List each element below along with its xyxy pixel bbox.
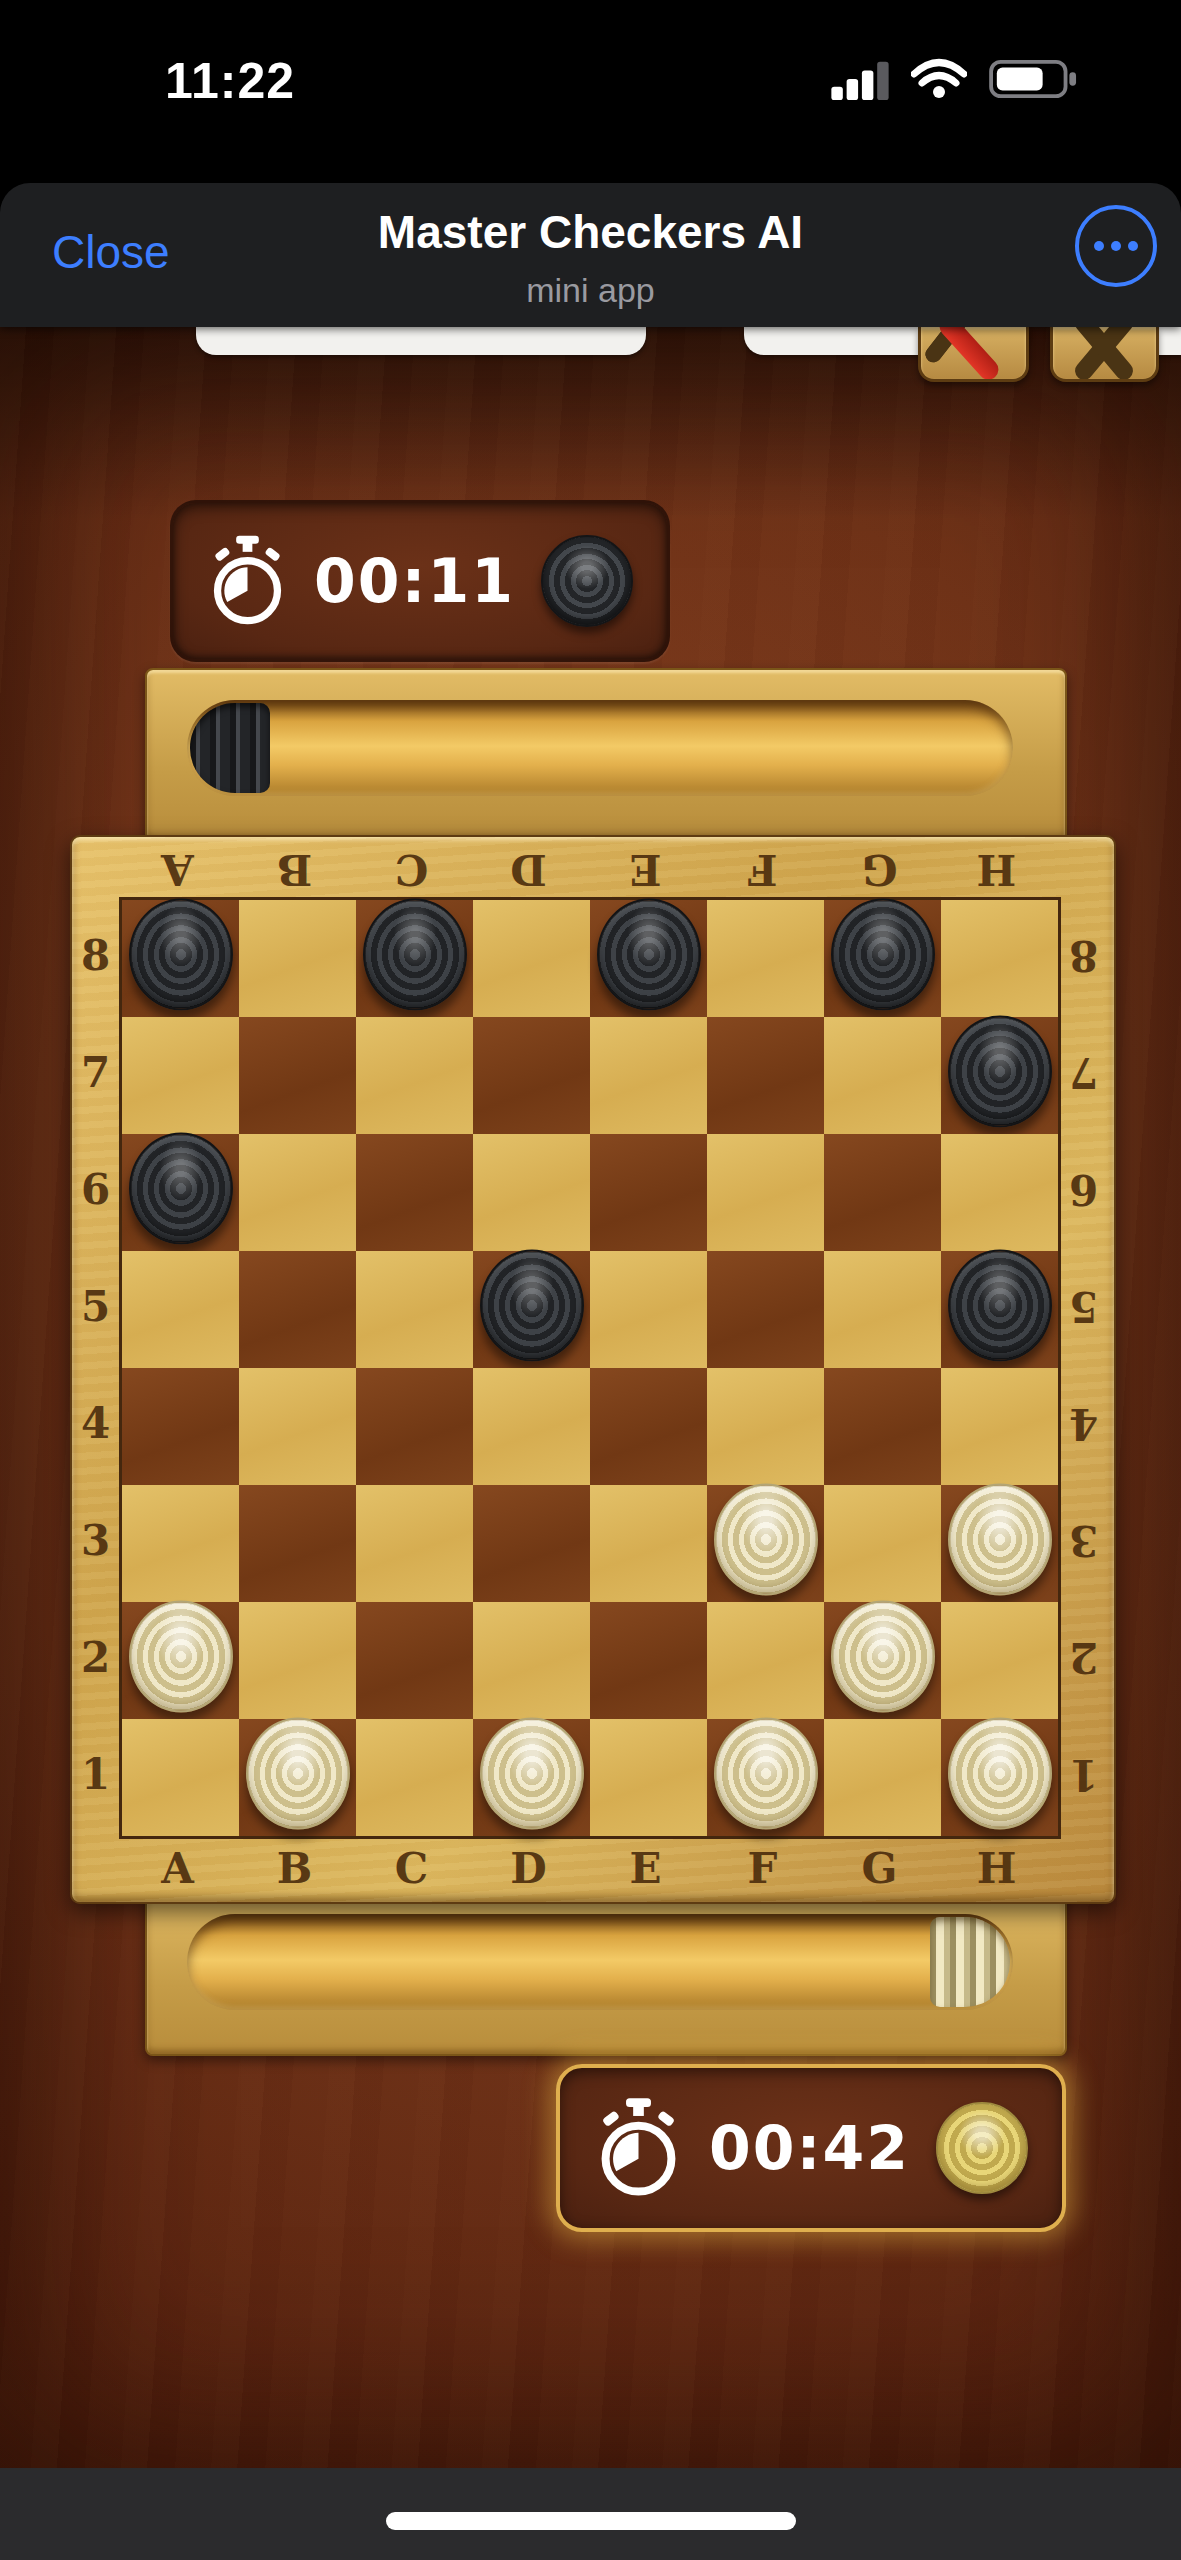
square-e7[interactable] (590, 1017, 707, 1134)
square-b1[interactable] (239, 1719, 356, 1836)
black-timer-value: 00:11 (314, 546, 515, 616)
piece-white-f1[interactable] (714, 1717, 818, 1829)
square-h8[interactable] (941, 900, 1058, 1017)
status-icons (831, 58, 1081, 100)
coord-label: A (119, 1844, 236, 1893)
coord-label: H (938, 1844, 1055, 1893)
coord-label: F (704, 845, 821, 894)
square-e2[interactable] (590, 1602, 707, 1719)
coord-label: 7 (1055, 1014, 1112, 1131)
piece-black-d5[interactable] (480, 1249, 584, 1361)
coord-label: D (470, 1844, 587, 1893)
square-b8[interactable] (239, 900, 356, 1017)
square-f7[interactable] (707, 1017, 824, 1134)
square-d8[interactable] (473, 900, 590, 1017)
white-timer-value: 00:42 (709, 2113, 910, 2183)
piece-white-d1[interactable] (480, 1717, 584, 1829)
coord-label: 5 (1055, 1248, 1112, 1365)
square-g5[interactable] (824, 1251, 941, 1368)
square-e6[interactable] (590, 1134, 707, 1251)
red-pencil-icon (921, 327, 1026, 379)
more-options-button[interactable] (1075, 205, 1157, 287)
coord-label: 5 (72, 1248, 119, 1365)
square-a5[interactable] (122, 1251, 239, 1368)
piece-black-h5[interactable] (948, 1249, 1052, 1361)
square-h5[interactable] (941, 1251, 1058, 1368)
edit-tool-button[interactable] (918, 327, 1029, 382)
square-d4[interactable] (473, 1368, 590, 1485)
square-d1[interactable] (473, 1719, 590, 1836)
piece-black-e8[interactable] (597, 898, 701, 1010)
square-e3[interactable] (590, 1485, 707, 1602)
piece-white-h1[interactable] (948, 1717, 1052, 1829)
coord-label: A (119, 845, 236, 894)
square-a4[interactable] (122, 1368, 239, 1485)
piece-white-h3[interactable] (948, 1483, 1052, 1595)
square-f2[interactable] (707, 1602, 824, 1719)
coord-label: D (470, 845, 587, 894)
board-grid (119, 897, 1061, 1839)
cellular-signal-icon (831, 58, 889, 100)
coord-label: G (821, 845, 938, 894)
stopwatch-icon (594, 2093, 683, 2203)
coord-label: 1 (72, 1716, 119, 1833)
square-a8[interactable] (122, 900, 239, 1017)
coord-label: C (353, 1844, 470, 1893)
piece-white-a2[interactable] (129, 1600, 233, 1712)
ranks-right: 87654321 (1055, 897, 1112, 1833)
bottom-capture-tray (145, 1882, 1067, 2056)
square-h1[interactable] (941, 1719, 1058, 1836)
square-h7[interactable] (941, 1017, 1058, 1134)
square-g6[interactable] (824, 1134, 941, 1251)
crossed-tools-icon (1053, 327, 1156, 379)
coord-label: G (821, 1844, 938, 1893)
stopwatch-icon (207, 526, 288, 636)
piece-white-g2[interactable] (831, 1600, 935, 1712)
wifi-icon (911, 58, 967, 100)
square-g3[interactable] (824, 1485, 941, 1602)
dot-icon (1094, 241, 1104, 251)
coord-label: 8 (1055, 897, 1112, 1014)
coord-label: 2 (1055, 1599, 1112, 1716)
captured-black-stack (190, 703, 270, 793)
black-timer-panel: 00:11 (170, 500, 670, 662)
status-bar: 11:22 (0, 0, 1181, 183)
coord-label: E (587, 845, 704, 894)
coord-label: F (704, 1844, 821, 1893)
coord-label: 3 (72, 1482, 119, 1599)
piece-white-b1[interactable] (246, 1717, 350, 1829)
square-c1[interactable] (356, 1719, 473, 1836)
square-e1[interactable] (590, 1719, 707, 1836)
square-g8[interactable] (824, 900, 941, 1017)
home-indicator[interactable] (386, 2512, 796, 2530)
piece-black-a6[interactable] (129, 1132, 233, 1244)
square-a3[interactable] (122, 1485, 239, 1602)
top-capture-tray (145, 668, 1067, 842)
coord-label: 7 (72, 1014, 119, 1131)
square-f1[interactable] (707, 1719, 824, 1836)
status-time: 11:22 (130, 52, 330, 110)
app-screen: 11:22 Close Master Checkers AI mi (0, 0, 1181, 2560)
coord-label: 6 (72, 1131, 119, 1248)
square-a7[interactable] (122, 1017, 239, 1134)
square-h6[interactable] (941, 1134, 1058, 1251)
square-d6[interactable] (473, 1134, 590, 1251)
piece-black-a8[interactable] (129, 898, 233, 1010)
square-h4[interactable] (941, 1368, 1058, 1485)
black-checker-chip (541, 535, 633, 627)
square-b7[interactable] (239, 1017, 356, 1134)
captured-white-stack (930, 1917, 1010, 2007)
square-d7[interactable] (473, 1017, 590, 1134)
page-title: Master Checkers AI (0, 205, 1181, 259)
white-timer-panel: 00:42 (556, 2064, 1066, 2232)
square-g7[interactable] (824, 1017, 941, 1134)
coord-label: C (353, 845, 470, 894)
square-c7[interactable] (356, 1017, 473, 1134)
white-checker-chip (936, 2102, 1028, 2194)
tray-groove (187, 700, 1013, 796)
square-d5[interactable] (473, 1251, 590, 1368)
square-e4[interactable] (590, 1368, 707, 1485)
square-d3[interactable] (473, 1485, 590, 1602)
square-g4[interactable] (824, 1368, 941, 1485)
square-h2[interactable] (941, 1602, 1058, 1719)
square-c6[interactable] (356, 1134, 473, 1251)
square-f4[interactable] (707, 1368, 824, 1485)
square-g1[interactable] (824, 1719, 941, 1836)
coord-label: B (236, 845, 353, 894)
square-f5[interactable] (707, 1251, 824, 1368)
square-d2[interactable] (473, 1602, 590, 1719)
files-top: ABCDEFGH (119, 845, 1055, 893)
square-c4[interactable] (356, 1368, 473, 1485)
piece-black-h7[interactable] (948, 1015, 1052, 1127)
coord-label: 2 (72, 1599, 119, 1716)
checkers-board: ABCDEFGH 87654321 87654321 ABCDEFGH (70, 835, 1116, 1904)
square-a6[interactable] (122, 1134, 239, 1251)
square-e8[interactable] (590, 900, 707, 1017)
square-c8[interactable] (356, 900, 473, 1017)
square-h3[interactable] (941, 1485, 1058, 1602)
coord-label: 4 (72, 1365, 119, 1482)
square-b4[interactable] (239, 1368, 356, 1485)
piece-black-c8[interactable] (363, 898, 467, 1010)
square-b3[interactable] (239, 1485, 356, 1602)
piece-white-f3[interactable] (714, 1483, 818, 1595)
coord-label: 8 (72, 897, 119, 1014)
dot-icon (1128, 241, 1138, 251)
settings-tool-button[interactable] (1050, 327, 1159, 382)
square-b2[interactable] (239, 1602, 356, 1719)
files-bottom: ABCDEFGH (119, 1844, 1055, 1892)
ranks-left: 87654321 (72, 897, 119, 1833)
square-b6[interactable] (239, 1134, 356, 1251)
miniapp-header: Close Master Checkers AI mini app (0, 183, 1181, 327)
coord-label: 4 (1055, 1365, 1112, 1482)
hidden-panel-left (196, 327, 646, 355)
square-a2[interactable] (122, 1602, 239, 1719)
square-c2[interactable] (356, 1602, 473, 1719)
coord-label: 3 (1055, 1482, 1112, 1599)
dot-icon (1111, 241, 1121, 251)
square-a1[interactable] (122, 1719, 239, 1836)
battery-icon (989, 58, 1081, 100)
square-f3[interactable] (707, 1485, 824, 1602)
coord-label: 6 (1055, 1131, 1112, 1248)
piece-black-g8[interactable] (831, 898, 935, 1010)
square-f8[interactable] (707, 900, 824, 1017)
system-bottom-bar (0, 2468, 1181, 2560)
square-g2[interactable] (824, 1602, 941, 1719)
square-f6[interactable] (707, 1134, 824, 1251)
coord-label: 1 (1055, 1716, 1112, 1833)
page-subtitle: mini app (0, 271, 1181, 310)
square-c5[interactable] (356, 1251, 473, 1368)
coord-label: E (587, 1844, 704, 1893)
tray-groove (187, 1914, 1013, 2010)
square-b5[interactable] (239, 1251, 356, 1368)
square-c3[interactable] (356, 1485, 473, 1602)
square-e5[interactable] (590, 1251, 707, 1368)
coord-label: H (938, 845, 1055, 894)
coord-label: B (236, 1844, 353, 1893)
